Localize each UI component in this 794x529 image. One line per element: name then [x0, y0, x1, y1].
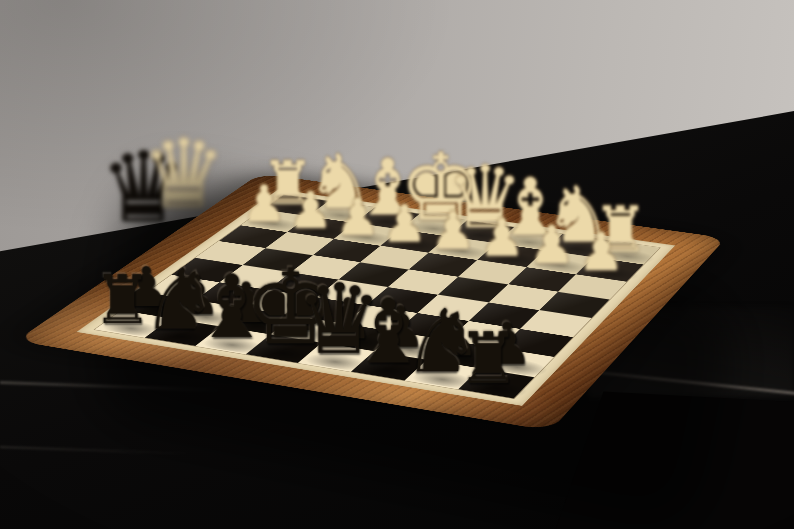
- pawn-glyph: ♟: [528, 219, 575, 270]
- rook-glyph: ♜: [457, 325, 520, 394]
- piece-white-pawn-c2: ♟: [332, 192, 383, 242]
- pawn-glyph: ♟: [430, 205, 476, 255]
- pawn-glyph: ♟: [479, 212, 525, 263]
- piece-black-king-d8: ♚: [244, 256, 301, 358]
- chess-set-photo: ♛♛ ♜♞♝♚♛♝♞♜♟♟♟♟♟♟♟♟♟♟♟♟♟♟♟♟♜♞♝♚♛♝♞♜: [0, 0, 794, 529]
- piece-black-knight-b8: ♞: [142, 259, 198, 341]
- piece-white-pawn-d2: ♟: [379, 199, 431, 249]
- piece-white-pawn-e2: ♟: [427, 205, 479, 255]
- piece-black-rook-a8: ♜: [92, 268, 148, 333]
- pawn-glyph: ♟: [335, 192, 381, 242]
- piece-white-pawn-b2: ♟: [285, 186, 336, 235]
- piece-white-pawn-a2: ♟: [239, 179, 290, 228]
- piece-black-queen-e8: ♛: [296, 272, 354, 367]
- piece-black-knight-g8: ♞: [402, 299, 461, 385]
- piece-white-pawn-h2: ♟: [575, 226, 628, 277]
- pawn-glyph: ♟: [242, 179, 287, 228]
- piece-black-bishop-f8: ♝: [349, 289, 407, 376]
- piece-white-pawn-f2: ♟: [476, 212, 529, 263]
- piece-white-pawn-g2: ♟: [525, 219, 578, 270]
- piece-black-rook-h8: ♜: [457, 325, 516, 394]
- pawn-glyph: ♟: [288, 186, 333, 235]
- pawn-glyph: ♟: [382, 199, 428, 249]
- pawn-glyph: ♟: [578, 226, 625, 277]
- piece-black-bishop-c8: ♝: [193, 265, 250, 350]
